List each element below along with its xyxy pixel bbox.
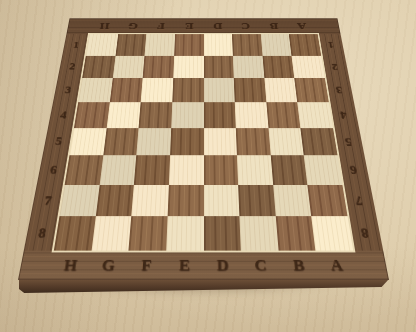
square-g5[interactable]	[103, 128, 139, 155]
rank-label-left-8: 8	[24, 216, 60, 250]
square-f4[interactable]	[139, 102, 172, 128]
square-b2[interactable]	[262, 56, 294, 79]
file-label-bottom-c: C	[241, 251, 281, 280]
chessboard: HGFEDCBA HGFEDCBA 12345678 12345678	[18, 18, 389, 280]
rank-label-left-4: 4	[48, 102, 78, 128]
rank-label-right-7: 7	[342, 185, 376, 217]
square-h8[interactable]	[54, 216, 96, 250]
file-label-top-h: H	[89, 18, 120, 34]
square-a8[interactable]	[312, 216, 354, 250]
square-b3[interactable]	[264, 78, 297, 102]
square-c3[interactable]	[234, 78, 266, 102]
rank-label-left-2: 2	[58, 56, 86, 79]
rank-label-right-1: 1	[318, 34, 345, 55]
square-b5[interactable]	[268, 128, 304, 155]
rank-label-right-8: 8	[348, 216, 384, 250]
square-c1[interactable]	[232, 34, 262, 55]
file-label-top-f: F	[146, 18, 175, 34]
square-h6[interactable]	[65, 155, 103, 184]
square-f7[interactable]	[131, 185, 168, 217]
square-a1[interactable]	[289, 34, 321, 55]
square-g6[interactable]	[99, 155, 136, 184]
square-e1[interactable]	[174, 34, 203, 55]
file-label-top-a: A	[287, 18, 318, 34]
square-a7[interactable]	[308, 185, 348, 217]
square-a2[interactable]	[292, 56, 325, 79]
square-f6[interactable]	[134, 155, 170, 184]
square-c4[interactable]	[235, 102, 268, 128]
square-g2[interactable]	[112, 56, 144, 79]
square-d6[interactable]	[204, 155, 239, 184]
file-label-top-c: C	[231, 18, 260, 34]
file-label-bottom-b: B	[278, 251, 319, 280]
rank-label-left-6: 6	[37, 155, 70, 184]
square-d8[interactable]	[204, 216, 241, 250]
square-f2[interactable]	[143, 56, 174, 79]
square-b1[interactable]	[261, 34, 292, 55]
square-b7[interactable]	[273, 185, 312, 217]
square-d7[interactable]	[204, 185, 240, 217]
file-labels-top: HGFEDCBA	[89, 18, 317, 34]
file-labels-bottom: HGFEDCBA	[49, 251, 358, 280]
square-g3[interactable]	[110, 78, 143, 102]
file-label-bottom-h: H	[49, 251, 91, 280]
square-e7[interactable]	[167, 185, 203, 217]
file-label-top-b: B	[259, 18, 289, 34]
square-d4[interactable]	[204, 102, 236, 128]
square-b4[interactable]	[266, 102, 300, 128]
square-f5[interactable]	[136, 128, 171, 155]
file-label-top-e: E	[175, 18, 204, 34]
square-g1[interactable]	[115, 34, 146, 55]
board-frame: HGFEDCBA HGFEDCBA 12345678 12345678	[18, 18, 389, 280]
rank-label-left-7: 7	[31, 185, 65, 217]
square-h1[interactable]	[86, 34, 118, 55]
square-e8[interactable]	[166, 216, 203, 250]
square-h5[interactable]	[69, 128, 106, 155]
rank-label-right-6: 6	[338, 155, 371, 184]
square-g7[interactable]	[95, 185, 134, 217]
square-a5[interactable]	[301, 128, 338, 155]
square-d2[interactable]	[204, 56, 234, 79]
square-d1[interactable]	[204, 34, 233, 55]
rank-label-right-4: 4	[329, 102, 359, 128]
file-label-bottom-f: F	[126, 251, 166, 280]
rank-label-right-5: 5	[333, 128, 364, 155]
square-a4[interactable]	[297, 102, 333, 128]
square-c2[interactable]	[233, 56, 264, 79]
square-f8[interactable]	[129, 216, 168, 250]
square-c6[interactable]	[237, 155, 273, 184]
rank-label-right-3: 3	[325, 78, 354, 102]
file-label-top-g: G	[118, 18, 148, 34]
board-grid	[54, 34, 353, 250]
square-h4[interactable]	[74, 102, 110, 128]
square-a6[interactable]	[304, 155, 342, 184]
square-g8[interactable]	[91, 216, 131, 250]
square-h7[interactable]	[59, 185, 99, 217]
table-surface: HGFEDCBA HGFEDCBA 12345678 12345678	[0, 0, 416, 332]
square-d5[interactable]	[204, 128, 238, 155]
square-e3[interactable]	[172, 78, 203, 102]
playing-area	[54, 34, 353, 250]
file-label-top-d: D	[204, 18, 233, 34]
file-label-bottom-d: D	[204, 251, 243, 280]
square-e6[interactable]	[169, 155, 204, 184]
square-c8[interactable]	[240, 216, 279, 250]
square-g4[interactable]	[106, 102, 140, 128]
square-h2[interactable]	[82, 56, 115, 79]
square-f1[interactable]	[145, 34, 175, 55]
rank-label-left-5: 5	[43, 128, 74, 155]
square-h3[interactable]	[78, 78, 112, 102]
square-e5[interactable]	[170, 128, 204, 155]
square-c7[interactable]	[238, 185, 275, 217]
rank-label-right-2: 2	[321, 56, 349, 79]
square-b8[interactable]	[276, 216, 316, 250]
square-e4[interactable]	[171, 102, 203, 128]
rank-label-left-1: 1	[62, 34, 89, 55]
file-label-bottom-e: E	[165, 251, 204, 280]
file-label-bottom-g: G	[88, 251, 129, 280]
square-a3[interactable]	[295, 78, 329, 102]
square-c5[interactable]	[236, 128, 271, 155]
square-e2[interactable]	[173, 56, 203, 79]
rank-label-left-3: 3	[53, 78, 82, 102]
square-b6[interactable]	[271, 155, 308, 184]
file-label-bottom-a: A	[316, 251, 358, 280]
square-f3[interactable]	[141, 78, 173, 102]
square-d3[interactable]	[204, 78, 235, 102]
